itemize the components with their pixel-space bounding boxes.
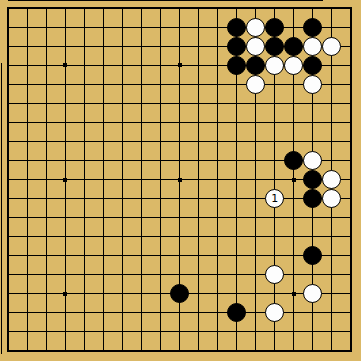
stone-black-P17[interactable] — [265, 37, 284, 56]
go-board-page: 1 — [0, 0, 361, 361]
stone-white-R17[interactable] — [303, 37, 322, 56]
stone-white-S10[interactable] — [322, 170, 341, 189]
stone-white-R15[interactable] — [303, 75, 322, 94]
stone-black-K4[interactable] — [170, 284, 189, 303]
stone-white-P9[interactable]: 1 — [265, 189, 284, 208]
stone-black-O16[interactable] — [246, 56, 265, 75]
stone-white-S9[interactable] — [322, 189, 341, 208]
stone-white-R4[interactable] — [303, 284, 322, 303]
stone-white-Q16[interactable] — [284, 56, 303, 75]
stone-white-O15[interactable] — [246, 75, 265, 94]
stone-black-R6[interactable] — [303, 246, 322, 265]
stone-black-R9[interactable] — [303, 189, 322, 208]
stone-black-N17[interactable] — [227, 37, 246, 56]
go-board[interactable]: 1 — [0, 0, 361, 361]
stone-white-P3[interactable] — [265, 303, 284, 322]
stone-white-O17[interactable] — [246, 37, 265, 56]
stone-white-P5[interactable] — [265, 265, 284, 284]
stone-black-Q17[interactable] — [284, 37, 303, 56]
stone-white-R11[interactable] — [303, 151, 322, 170]
stone-black-R18[interactable] — [303, 18, 322, 37]
stone-black-P18[interactable] — [265, 18, 284, 37]
stone-white-S17[interactable] — [322, 37, 341, 56]
stone-black-N3[interactable] — [227, 303, 246, 322]
stone-move-number: 1 — [271, 193, 278, 204]
stone-white-O18[interactable] — [246, 18, 265, 37]
stone-black-R16[interactable] — [303, 56, 322, 75]
stone-black-R10[interactable] — [303, 170, 322, 189]
stone-black-N18[interactable] — [227, 18, 246, 37]
stone-black-N16[interactable] — [227, 56, 246, 75]
stone-black-Q11[interactable] — [284, 151, 303, 170]
stone-white-P16[interactable] — [265, 56, 284, 75]
